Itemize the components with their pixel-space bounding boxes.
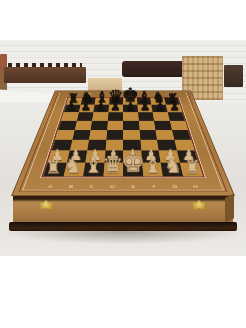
square-b7: ♟ <box>79 105 95 113</box>
piece-black-pawn-h7: ♟ <box>170 101 180 113</box>
piece-white-knight-b1: ♞ <box>64 156 82 176</box>
product-image: ABCDEFGH ♜♞♝♛♚♝♞♜♟♟♟♟♟♟♟♟♟♟♟♟♟♟♟♟♜♞♝♛♚♝♞… <box>0 0 246 328</box>
piece-black-pawn-b7: ♟ <box>81 101 91 113</box>
square-d4 <box>106 130 123 140</box>
square-g4 <box>155 130 174 140</box>
square-c7: ♟ <box>93 105 108 113</box>
square-f4 <box>139 130 157 140</box>
square-c4 <box>89 130 107 140</box>
piece-black-pawn-e7: ♟ <box>125 101 135 113</box>
piece-white-knight-g1: ♞ <box>164 156 182 176</box>
square-e4 <box>123 130 140 140</box>
square-h4 <box>172 130 191 140</box>
piece-black-pawn-a7: ♟ <box>66 101 76 113</box>
square-e5 <box>123 121 139 130</box>
playing-field-frame: ♜♞♝♛♚♝♞♜♟♟♟♟♟♟♟♟♟♟♟♟♟♟♟♟♜♞♝♛♚♝♞♜ <box>41 97 205 177</box>
piece-white-king-e1: ♚ <box>121 149 145 176</box>
square-e7: ♟ <box>123 105 138 113</box>
piece-black-pawn-d7: ♟ <box>110 101 120 113</box>
square-b6 <box>77 112 94 120</box>
square-h5 <box>169 121 187 130</box>
square-b4 <box>72 130 91 140</box>
square-c1: ♝ <box>83 163 104 177</box>
square-d5 <box>107 121 123 130</box>
piece-white-bishop-f1: ♝ <box>143 155 162 176</box>
photo-area: ABCDEFGH ♜♞♝♛♚♝♞♜♟♟♟♟♟♟♟♟♟♟♟♟♟♟♟♟♜♞♝♛♚♝♞… <box>0 40 246 256</box>
piece-black-pawn-g7: ♟ <box>155 101 165 113</box>
piece-black-pawn-f7: ♟ <box>140 101 150 113</box>
square-h6 <box>167 112 184 120</box>
square-d1: ♛ <box>103 163 123 177</box>
board-lid: ABCDEFGH ♜♞♝♛♚♝♞♜♟♟♟♟♟♟♟♟♟♟♟♟♟♟♟♟♜♞♝♛♚♝♞… <box>11 91 235 196</box>
piece-white-bishop-c1: ♝ <box>84 155 103 176</box>
square-h7: ♟ <box>166 105 183 113</box>
square-c6 <box>92 112 108 120</box>
square-g1: ♞ <box>161 163 183 177</box>
chess-box: ABCDEFGH ♜♞♝♛♚♝♞♜♟♟♟♟♟♟♟♟♟♟♟♟♟♟♟♟♜♞♝♛♚♝♞… <box>0 40 246 256</box>
square-d7: ♟ <box>108 105 123 113</box>
square-f6 <box>138 112 154 120</box>
square-d6 <box>108 112 123 120</box>
square-f5 <box>138 121 155 130</box>
board-lid-3d: ABCDEFGH ♜♞♝♛♚♝♞♜♟♟♟♟♟♟♟♟♟♟♟♟♟♟♟♟♜♞♝♛♚♝♞… <box>11 91 235 196</box>
square-f1: ♝ <box>142 163 163 177</box>
square-e1: ♚ <box>123 163 143 177</box>
piece-white-rook-a1: ♜ <box>45 158 62 177</box>
box-base <box>9 222 237 231</box>
piece-black-pawn-c7: ♟ <box>96 101 106 113</box>
box-right-side <box>225 193 234 223</box>
square-b1: ♞ <box>63 163 85 177</box>
square-f7: ♟ <box>137 105 152 113</box>
square-b5 <box>74 121 92 130</box>
square-e6 <box>123 112 138 120</box>
square-g7: ♟ <box>151 105 167 113</box>
piece-white-rook-h1: ♜ <box>184 158 201 177</box>
square-c5 <box>91 121 108 130</box>
square-h1: ♜ <box>180 163 203 177</box>
